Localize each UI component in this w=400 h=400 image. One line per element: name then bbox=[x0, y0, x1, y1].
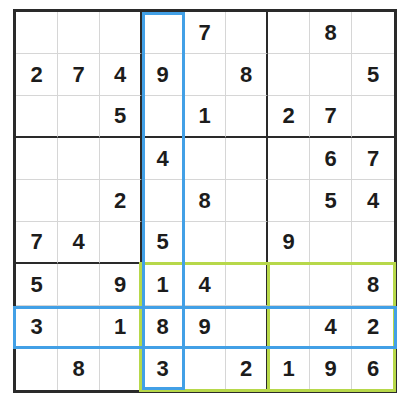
cell-r4c1[interactable] bbox=[16, 138, 58, 180]
cell-r6c3[interactable] bbox=[100, 222, 142, 264]
cell-r1c3[interactable] bbox=[100, 12, 142, 54]
cell-r7c7[interactable] bbox=[268, 264, 310, 306]
cell-r7c6[interactable] bbox=[226, 264, 268, 306]
cell-r1c4[interactable] bbox=[142, 12, 184, 54]
cell-r5c5[interactable]: 8 bbox=[184, 180, 226, 222]
cell-r2c3[interactable]: 4 bbox=[100, 54, 142, 96]
cell-r4c8[interactable]: 6 bbox=[310, 138, 352, 180]
cell-r1c1[interactable] bbox=[16, 12, 58, 54]
cell-r5c3[interactable]: 2 bbox=[100, 180, 142, 222]
cell-r8c8[interactable]: 4 bbox=[310, 306, 352, 348]
cell-r5c2[interactable] bbox=[58, 180, 100, 222]
cell-r7c1[interactable]: 5 bbox=[16, 264, 58, 306]
cell-r8c2[interactable] bbox=[58, 306, 100, 348]
cell-r6c8[interactable] bbox=[310, 222, 352, 264]
cell-r3c1[interactable] bbox=[16, 96, 58, 138]
cell-r1c6[interactable] bbox=[226, 12, 268, 54]
cell-r8c3[interactable]: 1 bbox=[100, 306, 142, 348]
cell-r7c2[interactable] bbox=[58, 264, 100, 306]
cell-r3c3[interactable]: 5 bbox=[100, 96, 142, 138]
cell-r9c9[interactable]: 6 bbox=[352, 348, 394, 390]
sudoku-board: 7827498551274672854745959148318942832196 bbox=[13, 9, 397, 393]
cell-r9c2[interactable]: 8 bbox=[58, 348, 100, 390]
cell-r5c4[interactable] bbox=[142, 180, 184, 222]
cell-r4c7[interactable] bbox=[268, 138, 310, 180]
cell-r2c8[interactable] bbox=[310, 54, 352, 96]
cell-r8c1[interactable]: 3 bbox=[16, 306, 58, 348]
cell-r6c4[interactable]: 5 bbox=[142, 222, 184, 264]
cell-r1c5[interactable]: 7 bbox=[184, 12, 226, 54]
cell-r3c7[interactable]: 2 bbox=[268, 96, 310, 138]
cell-r7c8[interactable] bbox=[310, 264, 352, 306]
cell-r8c9[interactable]: 2 bbox=[352, 306, 394, 348]
cell-r6c2[interactable]: 4 bbox=[58, 222, 100, 264]
cell-r1c2[interactable] bbox=[58, 12, 100, 54]
cell-r3c5[interactable]: 1 bbox=[184, 96, 226, 138]
sudoku-grid: 7827498551274672854745959148318942832196 bbox=[16, 12, 394, 390]
cell-r3c2[interactable] bbox=[58, 96, 100, 138]
cell-r9c6[interactable]: 2 bbox=[226, 348, 268, 390]
cell-r5c8[interactable]: 5 bbox=[310, 180, 352, 222]
cell-r8c6[interactable] bbox=[226, 306, 268, 348]
cell-r5c1[interactable] bbox=[16, 180, 58, 222]
cell-r3c8[interactable]: 7 bbox=[310, 96, 352, 138]
cell-r2c5[interactable] bbox=[184, 54, 226, 96]
cell-r6c7[interactable]: 9 bbox=[268, 222, 310, 264]
cell-r9c1[interactable] bbox=[16, 348, 58, 390]
cell-r5c6[interactable] bbox=[226, 180, 268, 222]
cell-r4c5[interactable] bbox=[184, 138, 226, 180]
cell-r6c5[interactable] bbox=[184, 222, 226, 264]
cell-r2c7[interactable] bbox=[268, 54, 310, 96]
cell-r6c9[interactable] bbox=[352, 222, 394, 264]
sudoku-page: 7827498551274672854745959148318942832196 bbox=[0, 0, 400, 400]
cell-r1c8[interactable]: 8 bbox=[310, 12, 352, 54]
cell-r7c5[interactable]: 4 bbox=[184, 264, 226, 306]
cell-r8c4[interactable]: 8 bbox=[142, 306, 184, 348]
cell-r9c8[interactable]: 9 bbox=[310, 348, 352, 390]
cell-r5c9[interactable]: 4 bbox=[352, 180, 394, 222]
cell-r3c9[interactable] bbox=[352, 96, 394, 138]
cell-r2c4[interactable]: 9 bbox=[142, 54, 184, 96]
cell-r2c6[interactable]: 8 bbox=[226, 54, 268, 96]
cell-r5c7[interactable] bbox=[268, 180, 310, 222]
cell-r3c6[interactable] bbox=[226, 96, 268, 138]
cell-r9c7[interactable]: 1 bbox=[268, 348, 310, 390]
cell-r7c4[interactable]: 1 bbox=[142, 264, 184, 306]
cell-r9c3[interactable] bbox=[100, 348, 142, 390]
cell-r4c6[interactable] bbox=[226, 138, 268, 180]
cell-r2c2[interactable]: 7 bbox=[58, 54, 100, 96]
cell-r6c1[interactable]: 7 bbox=[16, 222, 58, 264]
cell-r4c9[interactable]: 7 bbox=[352, 138, 394, 180]
cell-r4c2[interactable] bbox=[58, 138, 100, 180]
cell-r3c4[interactable] bbox=[142, 96, 184, 138]
cell-r1c7[interactable] bbox=[268, 12, 310, 54]
cell-r8c5[interactable]: 9 bbox=[184, 306, 226, 348]
cell-r9c4[interactable]: 3 bbox=[142, 348, 184, 390]
cell-r7c3[interactable]: 9 bbox=[100, 264, 142, 306]
cell-r4c3[interactable] bbox=[100, 138, 142, 180]
cell-r9c5[interactable] bbox=[184, 348, 226, 390]
cell-r2c1[interactable]: 2 bbox=[16, 54, 58, 96]
cell-r1c9[interactable] bbox=[352, 12, 394, 54]
cell-r2c9[interactable]: 5 bbox=[352, 54, 394, 96]
cell-r8c7[interactable] bbox=[268, 306, 310, 348]
cell-r7c9[interactable]: 8 bbox=[352, 264, 394, 306]
cell-r4c4[interactable]: 4 bbox=[142, 138, 184, 180]
cell-r6c6[interactable] bbox=[226, 222, 268, 264]
